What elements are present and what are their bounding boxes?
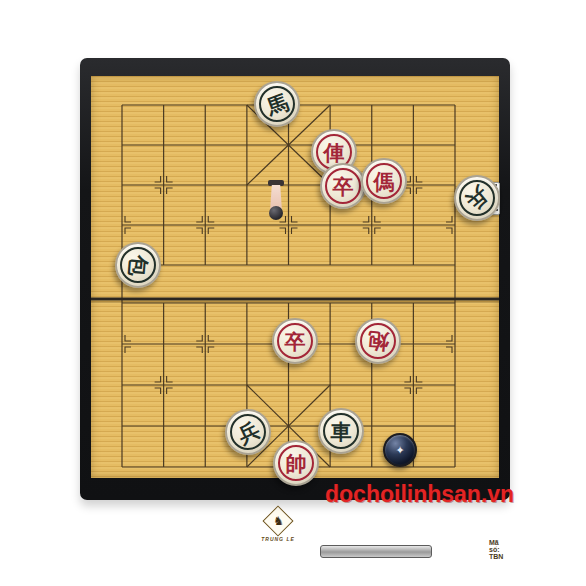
horse-logo-icon: ♞	[273, 515, 284, 527]
piece-ring: 炮	[360, 323, 396, 359]
xiangqi-piece-red-pawn[interactable]: 卒	[320, 163, 366, 209]
xiangqi-piece-red-cannon[interactable]: 炮	[355, 318, 401, 364]
xiangqi-piece-black-horse[interactable]: 馬	[254, 81, 300, 127]
star-icon: ✦	[395, 444, 404, 457]
piece-ring: 卒	[277, 323, 313, 359]
piece-ring: 帥	[278, 445, 314, 481]
xiangqi-piece-black-pawn[interactable]: 兵	[454, 175, 500, 221]
piece-glyph: 馬	[264, 91, 291, 118]
piece-ring: 傌	[366, 163, 402, 199]
piece-glyph: 俥	[324, 142, 345, 163]
piece-ring: 包	[120, 247, 156, 283]
watermark-text: dochoilinhsan.vn	[325, 481, 514, 508]
piece-glyph: 兵	[462, 183, 492, 213]
piece-glyph: 車	[331, 421, 352, 442]
piece-ring: 馬	[259, 86, 295, 122]
xiangqi-piece-red-horse[interactable]: 傌	[361, 158, 407, 204]
hourglass-figurine	[267, 180, 285, 224]
product-code-label: Mã số: TBN	[489, 539, 503, 560]
brand-name: TRUNG LE	[255, 536, 301, 542]
board-clasp[interactable]	[320, 545, 432, 558]
piece-ring: 卒	[325, 168, 361, 204]
flipped-piece-back[interactable]: ✦	[383, 433, 417, 467]
piece-glyph: 炮	[367, 330, 390, 353]
piece-glyph: 傌	[374, 171, 395, 192]
xiangqi-piece-black-chariot[interactable]: 車	[318, 408, 364, 454]
xiangqi-piece-red-pawn[interactable]: 卒	[272, 318, 318, 364]
xiangqi-piece-black-pawn[interactable]: 兵	[225, 409, 271, 455]
piece-glyph: 卒	[333, 176, 354, 197]
xiangqi-piece-red-general[interactable]: 帥	[273, 440, 319, 486]
piece-glyph: 卒	[285, 331, 306, 352]
figurine-ball	[269, 206, 283, 220]
piece-ring: 兵	[230, 414, 266, 450]
piece-glyph: 包	[127, 254, 150, 277]
piece-glyph: 帥	[286, 453, 307, 474]
piece-glyph: 兵	[234, 418, 262, 446]
brand-diamond: ♞	[262, 505, 293, 536]
piece-ring: 車	[323, 413, 359, 449]
xiangqi-piece-black-cannon[interactable]: 包	[115, 242, 161, 288]
brand-logo: ♞ TRUNG LE	[255, 510, 301, 542]
piece-ring: 兵	[459, 180, 495, 216]
